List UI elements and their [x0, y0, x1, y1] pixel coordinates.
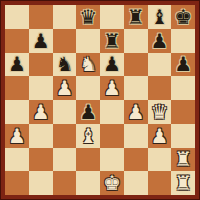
square-f1[interactable] [124, 171, 148, 195]
square-b8[interactable] [29, 5, 53, 29]
square-d8[interactable]: ♛ [76, 5, 100, 29]
square-e3[interactable] [100, 124, 124, 148]
square-e5[interactable]: ♟ [100, 76, 124, 100]
square-g2[interactable] [148, 148, 172, 172]
square-d1[interactable] [76, 171, 100, 195]
piece-white-bishop-d3: ♝ [79, 126, 97, 146]
square-g8[interactable]: ♝ [148, 5, 172, 29]
square-a1[interactable] [5, 171, 29, 195]
piece-black-pawn-e6: ♟ [103, 54, 121, 74]
square-f2[interactable] [124, 148, 148, 172]
piece-white-pawn-g3: ♟ [150, 126, 168, 146]
square-c1[interactable] [53, 171, 77, 195]
square-g7[interactable]: ♟ [148, 29, 172, 53]
square-c8[interactable] [53, 5, 77, 29]
square-h7[interactable] [171, 29, 195, 53]
square-b2[interactable] [29, 148, 53, 172]
square-a5[interactable] [5, 76, 29, 100]
piece-white-pawn-e5: ♟ [103, 78, 121, 98]
square-b3[interactable] [29, 124, 53, 148]
square-d6[interactable]: ♞ [76, 53, 100, 77]
chess-board: ♛♜♝♚♟♜♟♟♞♞♟♟♟♟♟♟♟♛♟♝♟♜♚♜ [5, 5, 195, 195]
square-c3[interactable] [53, 124, 77, 148]
square-g6[interactable] [148, 53, 172, 77]
piece-white-king-e1: ♚ [103, 173, 121, 193]
piece-black-king-h8: ♚ [174, 7, 192, 27]
square-h5[interactable] [171, 76, 195, 100]
square-f4[interactable]: ♟ [124, 100, 148, 124]
piece-black-bishop-g8: ♝ [150, 7, 168, 27]
square-h1[interactable]: ♜ [171, 171, 195, 195]
chess-board-frame: ♛♜♝♚♟♜♟♟♞♞♟♟♟♟♟♟♟♛♟♝♟♜♚♜ [0, 0, 200, 200]
piece-white-rook-h2: ♜ [174, 149, 192, 169]
square-f5[interactable] [124, 76, 148, 100]
square-b4[interactable]: ♟ [29, 100, 53, 124]
piece-white-rook-h1: ♜ [174, 173, 192, 193]
piece-black-rook-e7: ♜ [103, 31, 121, 51]
square-a7[interactable] [5, 29, 29, 53]
piece-black-pawn-h6: ♟ [174, 54, 192, 74]
square-b6[interactable] [29, 53, 53, 77]
square-e2[interactable] [100, 148, 124, 172]
piece-white-pawn-b4: ♟ [32, 102, 50, 122]
square-d4[interactable]: ♟ [76, 100, 100, 124]
square-h8[interactable]: ♚ [171, 5, 195, 29]
square-b7[interactable]: ♟ [29, 29, 53, 53]
square-e4[interactable] [100, 100, 124, 124]
square-h2[interactable]: ♜ [171, 148, 195, 172]
square-f3[interactable] [124, 124, 148, 148]
square-g1[interactable] [148, 171, 172, 195]
square-h4[interactable] [171, 100, 195, 124]
piece-black-queen-d8: ♛ [79, 7, 97, 27]
square-a2[interactable] [5, 148, 29, 172]
square-d3[interactable]: ♝ [76, 124, 100, 148]
square-c2[interactable] [53, 148, 77, 172]
square-h6[interactable]: ♟ [171, 53, 195, 77]
square-d2[interactable] [76, 148, 100, 172]
square-d5[interactable] [76, 76, 100, 100]
square-a8[interactable] [5, 5, 29, 29]
square-a3[interactable]: ♟ [5, 124, 29, 148]
piece-white-pawn-a3: ♟ [8, 126, 26, 146]
piece-black-rook-f8: ♜ [127, 7, 145, 27]
square-g5[interactable] [148, 76, 172, 100]
square-c5[interactable]: ♟ [53, 76, 77, 100]
square-b5[interactable] [29, 76, 53, 100]
square-b1[interactable] [29, 171, 53, 195]
square-a6[interactable]: ♟ [5, 53, 29, 77]
square-f7[interactable] [124, 29, 148, 53]
square-e8[interactable] [100, 5, 124, 29]
square-c4[interactable] [53, 100, 77, 124]
piece-black-pawn-b7: ♟ [32, 31, 50, 51]
piece-black-knight-c6: ♞ [55, 54, 73, 74]
square-a4[interactable] [5, 100, 29, 124]
square-h3[interactable] [171, 124, 195, 148]
piece-white-knight-d6: ♞ [79, 54, 97, 74]
piece-black-pawn-g7: ♟ [150, 31, 168, 51]
square-e7[interactable]: ♜ [100, 29, 124, 53]
square-e6[interactable]: ♟ [100, 53, 124, 77]
piece-white-pawn-f4: ♟ [127, 102, 145, 122]
piece-black-pawn-a6: ♟ [8, 54, 26, 74]
piece-black-pawn-d4: ♟ [79, 102, 97, 122]
square-g3[interactable]: ♟ [148, 124, 172, 148]
square-c7[interactable] [53, 29, 77, 53]
square-d7[interactable] [76, 29, 100, 53]
piece-white-pawn-c5: ♟ [55, 78, 73, 98]
piece-white-queen-g4: ♛ [150, 102, 168, 122]
square-c6[interactable]: ♞ [53, 53, 77, 77]
square-e1[interactable]: ♚ [100, 171, 124, 195]
square-f8[interactable]: ♜ [124, 5, 148, 29]
square-f6[interactable] [124, 53, 148, 77]
square-g4[interactable]: ♛ [148, 100, 172, 124]
